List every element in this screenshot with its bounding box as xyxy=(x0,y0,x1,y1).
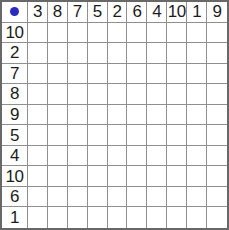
col-header: 1 xyxy=(187,2,207,23)
col-header: 4 xyxy=(147,2,167,23)
product-cell[interactable] xyxy=(207,84,227,105)
multiply-dot-icon xyxy=(10,7,19,16)
product-cell[interactable] xyxy=(108,43,128,64)
product-cell[interactable] xyxy=(48,187,68,208)
product-cell[interactable] xyxy=(28,105,48,126)
product-cell[interactable] xyxy=(207,207,227,228)
product-cell[interactable] xyxy=(68,105,88,126)
row-header: 5 xyxy=(2,125,28,146)
product-cell[interactable] xyxy=(108,166,128,187)
col-header: 9 xyxy=(207,2,227,23)
product-cell[interactable] xyxy=(207,64,227,85)
product-cell[interactable] xyxy=(68,84,88,105)
product-cell[interactable] xyxy=(68,23,88,44)
corner-cell xyxy=(2,2,28,23)
col-header: 3 xyxy=(28,2,48,23)
product-cell[interactable] xyxy=(48,146,68,167)
product-cell[interactable] xyxy=(147,166,167,187)
row-header: 7 xyxy=(2,64,28,85)
product-cell[interactable] xyxy=(167,43,187,64)
product-cell[interactable] xyxy=(68,166,88,187)
product-cell[interactable] xyxy=(127,125,147,146)
product-cell[interactable] xyxy=(108,125,128,146)
col-header: 2 xyxy=(108,2,128,23)
product-cell[interactable] xyxy=(127,146,147,167)
product-cell[interactable] xyxy=(48,64,68,85)
product-cell[interactable] xyxy=(28,166,48,187)
product-cell[interactable] xyxy=(28,64,48,85)
product-cell[interactable] xyxy=(108,84,128,105)
product-cell[interactable] xyxy=(28,146,48,167)
product-cell[interactable] xyxy=(48,23,68,44)
col-header: 6 xyxy=(127,2,147,23)
product-cell[interactable] xyxy=(207,43,227,64)
product-cell[interactable] xyxy=(88,23,108,44)
product-cell[interactable] xyxy=(167,146,187,167)
row-header: 4 xyxy=(2,146,28,167)
product-cell[interactable] xyxy=(207,146,227,167)
product-cell[interactable] xyxy=(167,23,187,44)
col-header: 5 xyxy=(88,2,108,23)
product-cell[interactable] xyxy=(108,146,128,167)
product-cell[interactable] xyxy=(207,105,227,126)
product-cell[interactable] xyxy=(48,166,68,187)
product-cell[interactable] xyxy=(28,23,48,44)
product-cell[interactable] xyxy=(147,64,167,85)
product-cell[interactable] xyxy=(127,166,147,187)
product-cell[interactable] xyxy=(187,166,207,187)
col-header: 8 xyxy=(48,2,68,23)
product-cell[interactable] xyxy=(88,43,108,64)
product-cell[interactable] xyxy=(147,125,167,146)
row-header: 10 xyxy=(2,166,28,187)
product-cell[interactable] xyxy=(68,64,88,85)
product-cell[interactable] xyxy=(28,207,48,228)
product-cell[interactable] xyxy=(127,43,147,64)
product-cell[interactable] xyxy=(147,43,167,64)
product-cell[interactable] xyxy=(108,64,128,85)
product-cell[interactable] xyxy=(88,125,108,146)
product-cell[interactable] xyxy=(167,207,187,228)
product-cell[interactable] xyxy=(108,187,128,208)
product-cell[interactable] xyxy=(147,105,167,126)
product-cell[interactable] xyxy=(167,64,187,85)
row-header: 9 xyxy=(2,105,28,126)
product-cell[interactable] xyxy=(48,125,68,146)
product-cell[interactable] xyxy=(127,187,147,208)
product-cell[interactable] xyxy=(68,43,88,64)
row-header: 1 xyxy=(2,207,28,228)
product-cell[interactable] xyxy=(187,146,207,167)
product-cell[interactable] xyxy=(127,207,147,228)
product-cell[interactable] xyxy=(28,187,48,208)
product-cell[interactable] xyxy=(68,146,88,167)
product-cell[interactable] xyxy=(28,125,48,146)
product-cell[interactable] xyxy=(108,105,128,126)
product-cell[interactable] xyxy=(88,105,108,126)
product-cell[interactable] xyxy=(88,84,108,105)
product-cell[interactable] xyxy=(187,64,207,85)
product-cell[interactable] xyxy=(68,125,88,146)
col-header: 10 xyxy=(167,2,187,23)
product-cell[interactable] xyxy=(147,23,167,44)
product-cell[interactable] xyxy=(187,207,207,228)
product-cell[interactable] xyxy=(207,125,227,146)
product-cell[interactable] xyxy=(147,146,167,167)
product-cell[interactable] xyxy=(167,187,187,208)
product-cell[interactable] xyxy=(108,23,128,44)
product-cell[interactable] xyxy=(167,166,187,187)
product-cell[interactable] xyxy=(28,43,48,64)
product-cell[interactable] xyxy=(88,207,108,228)
product-cell[interactable] xyxy=(88,146,108,167)
multiplication-table-grid: 38752641019102789541061 xyxy=(0,0,229,230)
product-cell[interactable] xyxy=(127,84,147,105)
product-cell[interactable] xyxy=(187,125,207,146)
product-cell[interactable] xyxy=(48,207,68,228)
product-cell[interactable] xyxy=(68,187,88,208)
product-cell[interactable] xyxy=(48,84,68,105)
product-cell[interactable] xyxy=(127,105,147,126)
row-header: 10 xyxy=(2,23,28,44)
product-cell[interactable] xyxy=(48,43,68,64)
product-cell[interactable] xyxy=(167,84,187,105)
product-cell[interactable] xyxy=(167,105,187,126)
product-cell[interactable] xyxy=(108,207,128,228)
row-header: 8 xyxy=(2,84,28,105)
product-cell[interactable] xyxy=(167,125,187,146)
product-cell[interactable] xyxy=(88,64,108,85)
product-cell[interactable] xyxy=(68,207,88,228)
product-cell[interactable] xyxy=(127,23,147,44)
product-cell[interactable] xyxy=(207,166,227,187)
product-cell[interactable] xyxy=(187,43,207,64)
row-header: 6 xyxy=(2,187,28,208)
col-header: 7 xyxy=(68,2,88,23)
product-cell[interactable] xyxy=(187,84,207,105)
product-cell[interactable] xyxy=(187,23,207,44)
product-cell[interactable] xyxy=(187,105,207,126)
product-cell[interactable] xyxy=(48,105,68,126)
product-cell[interactable] xyxy=(88,187,108,208)
product-cell[interactable] xyxy=(207,187,227,208)
product-cell[interactable] xyxy=(207,23,227,44)
product-cell[interactable] xyxy=(127,64,147,85)
product-cell[interactable] xyxy=(147,187,167,208)
product-cell[interactable] xyxy=(147,207,167,228)
product-cell[interactable] xyxy=(147,84,167,105)
product-cell[interactable] xyxy=(187,187,207,208)
product-cell[interactable] xyxy=(28,84,48,105)
row-header: 2 xyxy=(2,43,28,64)
product-cell[interactable] xyxy=(88,166,108,187)
